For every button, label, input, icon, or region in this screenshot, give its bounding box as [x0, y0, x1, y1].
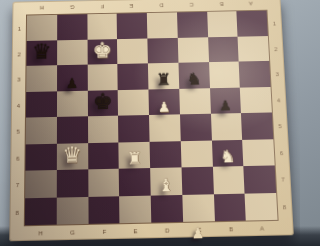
- rank-label-4: 4: [13, 93, 24, 115]
- file-label-C: C: [179, 0, 205, 11]
- square-h6: [25, 143, 56, 170]
- square-h1: [27, 15, 57, 41]
- square-g2: [57, 39, 87, 65]
- square-g8: [56, 196, 88, 224]
- square-h7: [25, 170, 56, 198]
- file-label-B: B: [217, 223, 244, 235]
- square-a1: [237, 11, 268, 37]
- square-e1: [117, 13, 147, 39]
- rank-label-2: 2: [270, 37, 282, 59]
- square-b4: [210, 87, 242, 114]
- square-h8: [25, 197, 57, 225]
- square-c2: [178, 37, 209, 63]
- square-c6: [181, 140, 213, 167]
- square-c7: [181, 167, 213, 195]
- square-c3: [178, 62, 209, 88]
- file-label-G: G: [59, 226, 86, 238]
- square-c8: [182, 194, 214, 222]
- file-label-C: C: [185, 223, 212, 235]
- square-h5: [26, 117, 57, 144]
- square-c1: [177, 12, 208, 38]
- square-a6: [242, 139, 274, 166]
- square-f5: [87, 116, 118, 143]
- square-a4: [240, 86, 272, 113]
- square-b6: [211, 139, 243, 166]
- square-b7: [212, 166, 244, 194]
- square-g5: [57, 116, 88, 143]
- file-label-B: B: [208, 0, 234, 10]
- square-f1: [87, 14, 117, 40]
- square-d5: [149, 114, 181, 141]
- file-label-H: H: [29, 3, 54, 14]
- square-e5: [118, 115, 149, 142]
- file-label-H: H: [27, 227, 54, 239]
- rank-label-5: 5: [274, 114, 286, 137]
- rank-label-3: 3: [13, 68, 24, 90]
- rank-label-8: 8: [11, 200, 23, 224]
- square-e6: [119, 141, 151, 168]
- file-label-A: A: [248, 222, 275, 234]
- square-a3: [239, 61, 271, 87]
- square-e2: [117, 38, 148, 64]
- square-b5: [210, 113, 242, 140]
- file-label-D: D: [154, 224, 181, 236]
- square-b1: [207, 11, 238, 37]
- file-label-E: E: [122, 225, 149, 237]
- file-label-E: E: [119, 1, 145, 12]
- square-b3: [209, 61, 240, 87]
- square-g1: [57, 14, 87, 40]
- file-label-F: F: [89, 2, 115, 13]
- chess-board: HGFEDCBA HGFEDCBA 12345678 12345678 ♚♛♜♝…: [9, 0, 294, 241]
- square-e3: [118, 63, 149, 89]
- square-f6: [88, 142, 119, 169]
- square-c4: [179, 88, 210, 115]
- square-e8: [119, 195, 151, 223]
- square-a2: [238, 36, 269, 62]
- square-d4: [148, 88, 179, 115]
- rank-label-6: 6: [12, 146, 23, 169]
- rank-label-5: 5: [13, 120, 24, 143]
- square-d7: [150, 167, 182, 195]
- square-f3: [87, 64, 118, 90]
- square-f7: [88, 169, 120, 197]
- file-label-G: G: [59, 2, 84, 13]
- square-g7: [57, 169, 88, 197]
- square-d8: [151, 194, 183, 222]
- square-h3: [26, 65, 57, 91]
- square-f8: [88, 196, 120, 224]
- rank-label-7: 7: [277, 167, 289, 190]
- rank-labels-left: 12345678: [10, 15, 26, 225]
- square-h4: [26, 91, 57, 118]
- rank-label-6: 6: [275, 140, 287, 163]
- square-d6: [150, 141, 182, 168]
- rank-label-2: 2: [14, 42, 25, 64]
- rank-label-3: 3: [271, 63, 283, 85]
- rank-label-8: 8: [278, 194, 291, 218]
- square-a5: [241, 112, 273, 139]
- square-f2: [87, 39, 117, 65]
- square-a7: [244, 165, 277, 193]
- square-b2: [208, 36, 239, 62]
- rank-label-7: 7: [12, 173, 24, 196]
- square-d3: [148, 63, 179, 89]
- square-e7: [119, 168, 151, 196]
- rank-label-1: 1: [14, 17, 25, 38]
- square-c5: [180, 114, 212, 141]
- square-f4: [87, 90, 118, 117]
- file-label-A: A: [238, 0, 264, 9]
- square-d1: [147, 12, 178, 38]
- square-g4: [57, 90, 88, 117]
- square-g6: [57, 143, 88, 170]
- square-e4: [118, 89, 149, 116]
- square-g3: [57, 65, 88, 91]
- file-label-F: F: [90, 225, 117, 237]
- square-a8: [245, 192, 278, 220]
- rank-label-1: 1: [269, 12, 281, 33]
- file-label-D: D: [149, 0, 175, 11]
- square-b8: [213, 193, 246, 221]
- play-area: [25, 11, 278, 226]
- square-d2: [147, 37, 178, 63]
- square-h2: [26, 40, 56, 66]
- rank-label-4: 4: [273, 88, 285, 110]
